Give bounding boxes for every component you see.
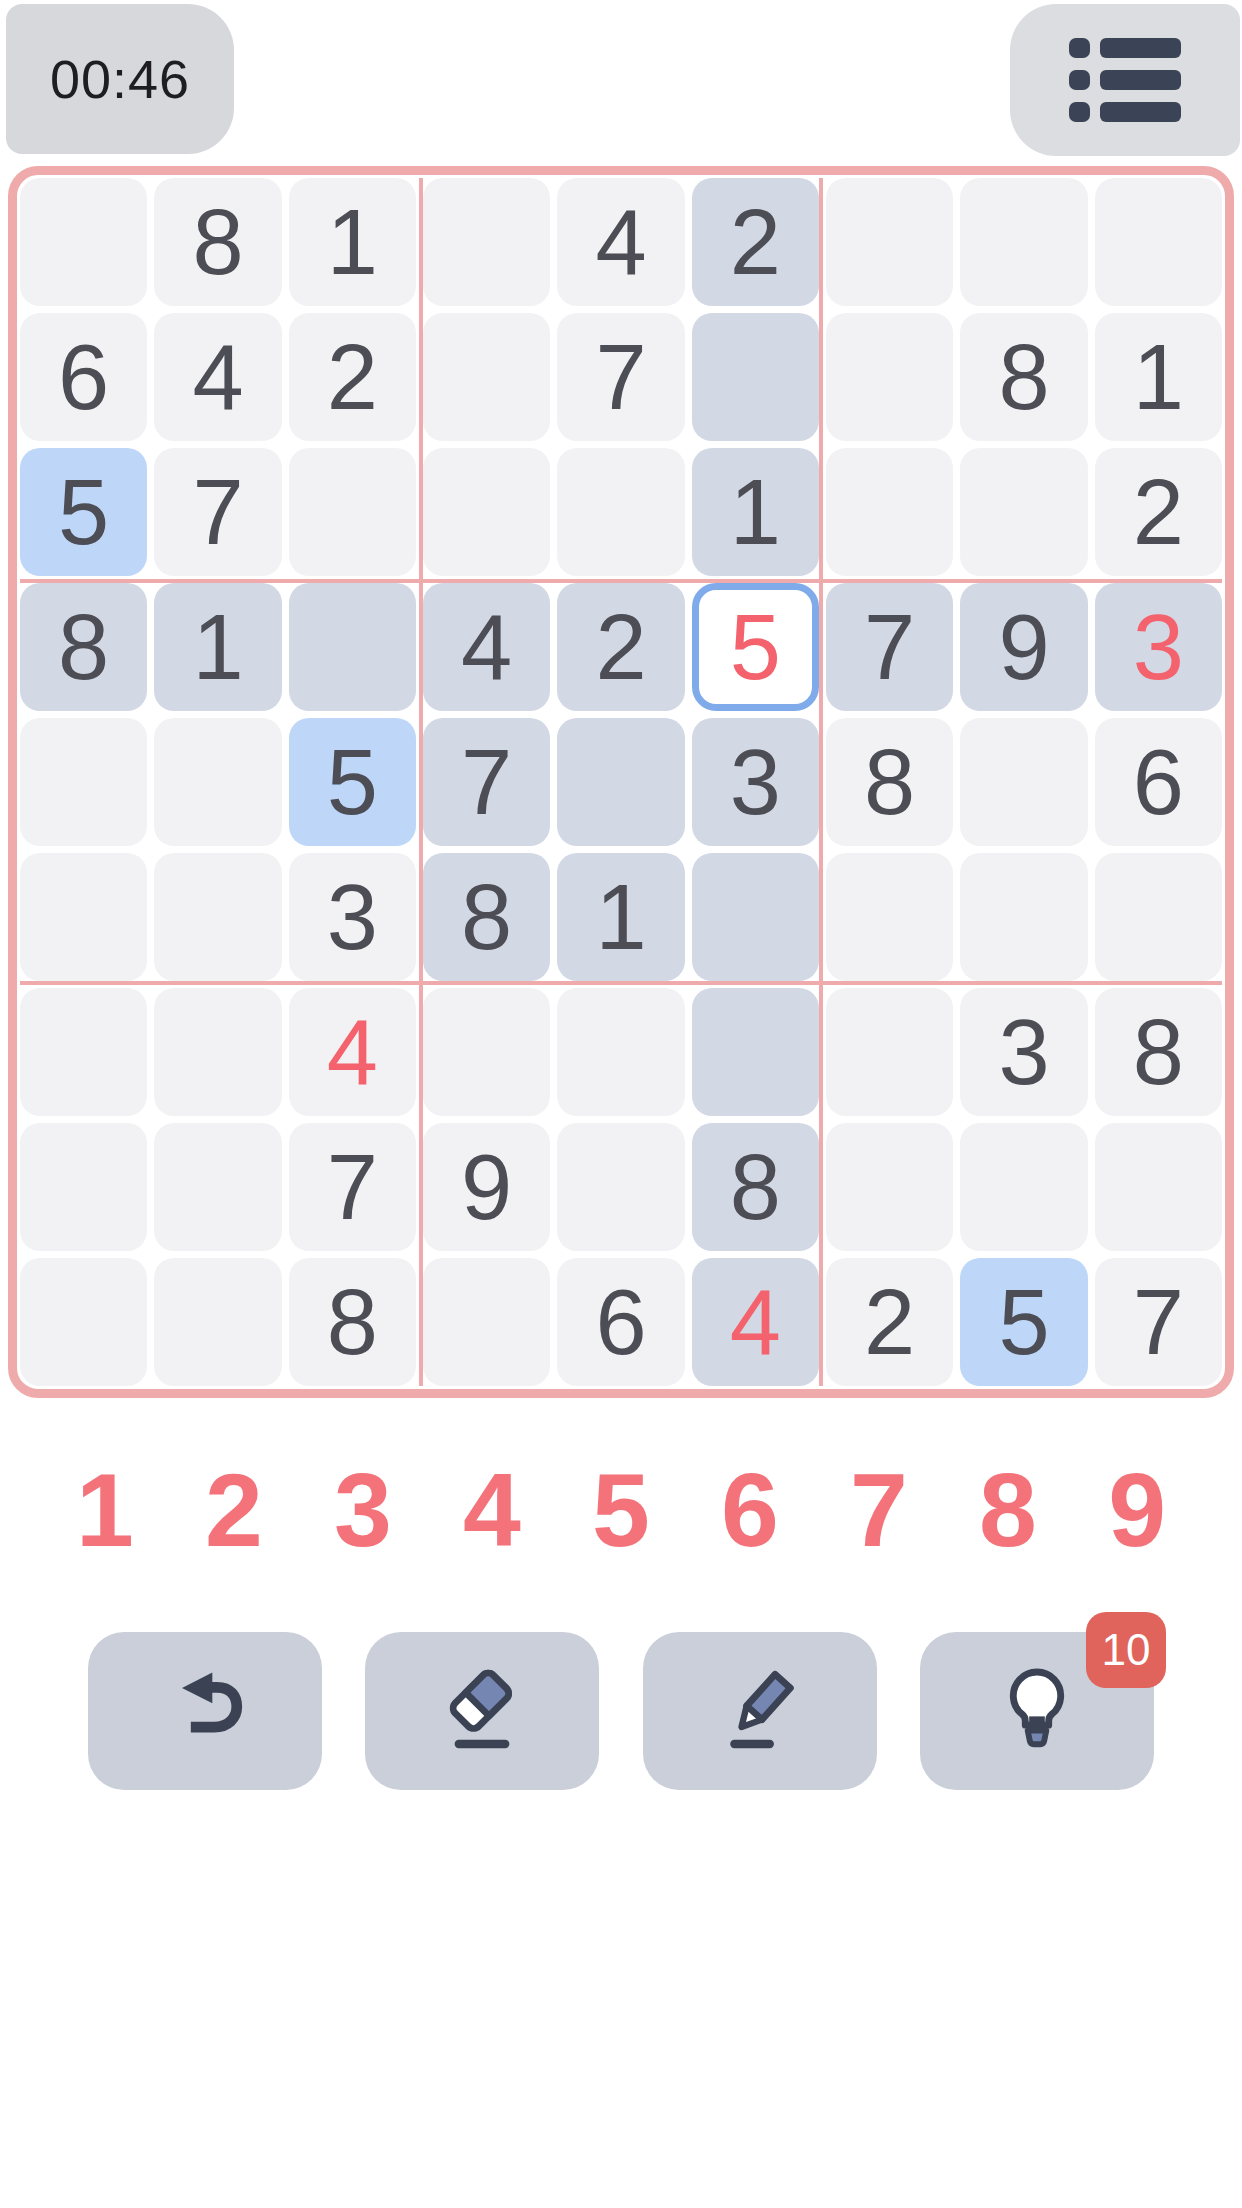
cell-r8c3[interactable]: 7 xyxy=(289,1123,416,1251)
cell-r7c7[interactable] xyxy=(826,988,953,1116)
cell-r2c4[interactable] xyxy=(423,313,550,441)
cell-r8c4[interactable]: 9 xyxy=(423,1123,550,1251)
cell-r8c1[interactable] xyxy=(20,1123,147,1251)
timer: 00:46 xyxy=(6,4,234,154)
undo-button[interactable] xyxy=(88,1632,322,1790)
timer-value: 00:46 xyxy=(50,48,190,110)
cell-r6c5[interactable]: 1 xyxy=(557,853,684,981)
cell-r9c1[interactable] xyxy=(20,1258,147,1386)
cell-r8c7[interactable] xyxy=(826,1123,953,1251)
cell-r3c6[interactable]: 1 xyxy=(692,448,819,576)
cell-r7c1[interactable] xyxy=(20,988,147,1116)
cell-r1c9[interactable] xyxy=(1095,178,1222,306)
cell-r3c9[interactable]: 2 xyxy=(1095,448,1222,576)
lightbulb-icon xyxy=(993,1667,1081,1755)
cell-r4c8[interactable]: 9 xyxy=(960,583,1087,711)
cell-r1c4[interactable] xyxy=(423,178,550,306)
numpad-4[interactable]: 4 xyxy=(463,1458,521,1562)
cell-r2c9[interactable]: 1 xyxy=(1095,313,1222,441)
cell-r1c2[interactable]: 8 xyxy=(154,178,281,306)
cell-r9c4[interactable] xyxy=(423,1258,550,1386)
cell-r4c6[interactable]: 5 xyxy=(692,583,819,711)
toolbar: 10 xyxy=(0,1632,1242,1790)
cell-r9c7[interactable]: 2 xyxy=(826,1258,953,1386)
cell-r2c7[interactable] xyxy=(826,313,953,441)
cell-r8c5[interactable] xyxy=(557,1123,684,1251)
cell-r6c7[interactable] xyxy=(826,853,953,981)
cell-r4c1[interactable]: 8 xyxy=(20,583,147,711)
cell-r4c5[interactable]: 2 xyxy=(557,583,684,711)
cell-r2c3[interactable]: 2 xyxy=(289,313,416,441)
cell-r5c9[interactable]: 6 xyxy=(1095,718,1222,846)
cell-r9c6[interactable]: 4 xyxy=(692,1258,819,1386)
cell-r5c6[interactable]: 3 xyxy=(692,718,819,846)
eraser-button[interactable] xyxy=(365,1632,599,1790)
undo-icon xyxy=(161,1667,249,1755)
numpad-5[interactable]: 5 xyxy=(592,1458,650,1562)
cell-r6c6[interactable] xyxy=(692,853,819,981)
pencil-icon xyxy=(716,1667,804,1755)
cell-r4c3[interactable] xyxy=(289,583,416,711)
cell-r5c1[interactable] xyxy=(20,718,147,846)
cell-r5c3[interactable]: 5 xyxy=(289,718,416,846)
cell-r3c4[interactable] xyxy=(423,448,550,576)
cell-r1c3[interactable]: 1 xyxy=(289,178,416,306)
cell-r7c2[interactable] xyxy=(154,988,281,1116)
menu-button[interactable] xyxy=(1010,4,1240,156)
cell-r1c7[interactable] xyxy=(826,178,953,306)
cell-r1c6[interactable]: 2 xyxy=(692,178,819,306)
list-menu-icon xyxy=(1069,38,1181,122)
cell-r2c8[interactable]: 8 xyxy=(960,313,1087,441)
cell-r7c3[interactable]: 4 xyxy=(289,988,416,1116)
cell-r6c3[interactable]: 3 xyxy=(289,853,416,981)
cell-r3c8[interactable] xyxy=(960,448,1087,576)
cell-r3c1[interactable]: 5 xyxy=(20,448,147,576)
cell-r6c2[interactable] xyxy=(154,853,281,981)
cell-r3c5[interactable] xyxy=(557,448,684,576)
cell-r4c4[interactable]: 4 xyxy=(423,583,550,711)
cell-r1c5[interactable]: 4 xyxy=(557,178,684,306)
cell-r7c8[interactable]: 3 xyxy=(960,988,1087,1116)
numpad-9[interactable]: 9 xyxy=(1108,1458,1166,1562)
cell-r5c8[interactable] xyxy=(960,718,1087,846)
cell-r8c2[interactable] xyxy=(154,1123,281,1251)
cell-r5c5[interactable] xyxy=(557,718,684,846)
cell-r4c9[interactable]: 3 xyxy=(1095,583,1222,711)
cell-r7c4[interactable] xyxy=(423,988,550,1116)
cell-r9c5[interactable]: 6 xyxy=(557,1258,684,1386)
cell-r8c9[interactable] xyxy=(1095,1123,1222,1251)
cell-r6c8[interactable] xyxy=(960,853,1087,981)
cell-r3c3[interactable] xyxy=(289,448,416,576)
cell-r9c2[interactable] xyxy=(154,1258,281,1386)
cell-r3c2[interactable]: 7 xyxy=(154,448,281,576)
numpad-8[interactable]: 8 xyxy=(979,1458,1037,1562)
cell-r8c8[interactable] xyxy=(960,1123,1087,1251)
cell-r6c1[interactable] xyxy=(20,853,147,981)
cell-r7c5[interactable] xyxy=(557,988,684,1116)
cell-r3c7[interactable] xyxy=(826,448,953,576)
cell-r5c4[interactable]: 7 xyxy=(423,718,550,846)
cell-r2c5[interactable]: 7 xyxy=(557,313,684,441)
sudoku-grid: 8142642781571281425793573863814387988642… xyxy=(20,178,1222,1386)
sudoku-app: 00:46 8142642781571281425793573863814387… xyxy=(0,0,1242,2208)
hint-button[interactable]: 10 xyxy=(920,1632,1154,1790)
cell-r2c2[interactable]: 4 xyxy=(154,313,281,441)
cell-r1c8[interactable] xyxy=(960,178,1087,306)
cell-r6c9[interactable] xyxy=(1095,853,1222,981)
eraser-icon xyxy=(438,1667,526,1755)
cell-r9c8[interactable]: 5 xyxy=(960,1258,1087,1386)
cell-r7c9[interactable]: 8 xyxy=(1095,988,1222,1116)
cell-r7c6[interactable] xyxy=(692,988,819,1116)
cell-r1c1[interactable] xyxy=(20,178,147,306)
numpad-7[interactable]: 7 xyxy=(850,1458,908,1562)
cell-r6c4[interactable]: 8 xyxy=(423,853,550,981)
cell-r2c1[interactable]: 6 xyxy=(20,313,147,441)
cell-r9c9[interactable]: 7 xyxy=(1095,1258,1222,1386)
numpad-2[interactable]: 2 xyxy=(205,1458,263,1562)
sudoku-board: 8142642781571281425793573863814387988642… xyxy=(8,166,1234,1398)
cell-r8c6[interactable]: 8 xyxy=(692,1123,819,1251)
cell-r9c3[interactable]: 8 xyxy=(289,1258,416,1386)
cell-r5c7[interactable]: 8 xyxy=(826,718,953,846)
hint-count-badge: 10 xyxy=(1086,1612,1166,1688)
cell-r5c2[interactable] xyxy=(154,718,281,846)
number-pad: 123456789 xyxy=(0,1438,1242,1582)
numpad-6[interactable]: 6 xyxy=(721,1458,779,1562)
pencil-button[interactable] xyxy=(643,1632,877,1790)
numpad-3[interactable]: 3 xyxy=(334,1458,392,1562)
cell-r4c2[interactable]: 1 xyxy=(154,583,281,711)
cell-r2c6[interactable] xyxy=(692,313,819,441)
cell-r4c7[interactable]: 7 xyxy=(826,583,953,711)
numpad-1[interactable]: 1 xyxy=(76,1458,134,1562)
